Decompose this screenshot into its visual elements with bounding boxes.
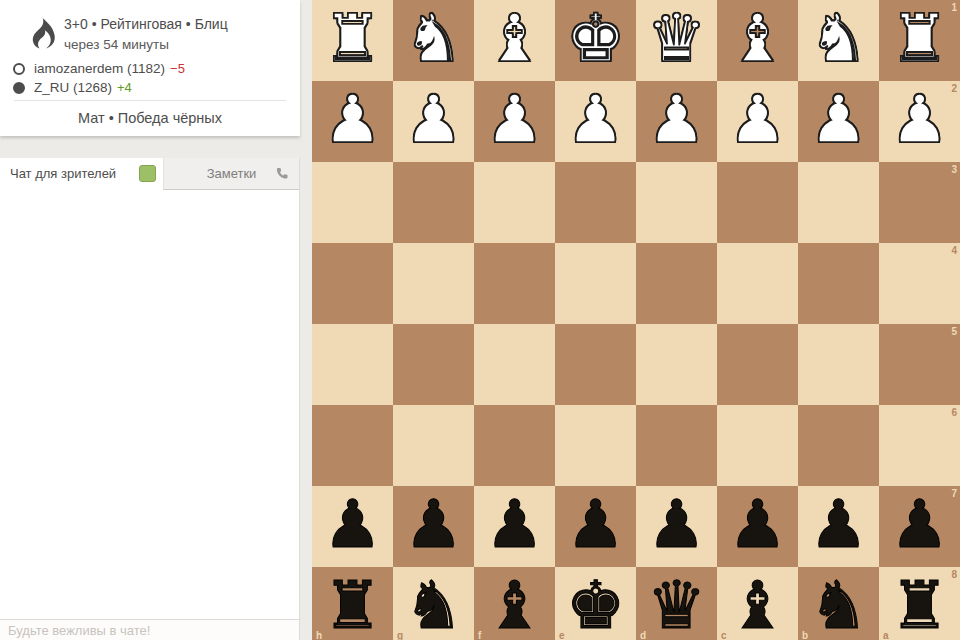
square-d2[interactable]: ♟ (636, 81, 717, 162)
white-rating-change: −5 (170, 61, 185, 76)
square-b2[interactable]: ♟ (798, 81, 879, 162)
square-d3[interactable] (636, 162, 717, 243)
square-f8[interactable]: ♝f (474, 567, 555, 640)
piece-white-knight[interactable]: ♞ (809, 6, 868, 72)
square-a1[interactable]: ♜1 (879, 0, 960, 81)
game-result-text: Мат • Победа чёрных (0, 110, 300, 126)
square-f6[interactable] (474, 405, 555, 486)
piece-white-pawn[interactable]: ♟ (323, 87, 382, 153)
piece-white-queen[interactable]: ♛ (647, 6, 706, 72)
piece-white-king[interactable]: ♚ (566, 6, 625, 72)
square-h7[interactable]: ♟ (312, 486, 393, 567)
square-a6[interactable]: 6 (879, 405, 960, 486)
piece-black-knight[interactable]: ♞ (404, 573, 463, 639)
square-a8[interactable]: ♜8a (879, 567, 960, 640)
rank-label: 7 (951, 488, 957, 499)
square-e6[interactable] (555, 405, 636, 486)
square-b3[interactable] (798, 162, 879, 243)
piece-white-knight[interactable]: ♞ (404, 6, 463, 72)
piece-white-pawn[interactable]: ♟ (566, 87, 625, 153)
square-h3[interactable] (312, 162, 393, 243)
square-c2[interactable]: ♟ (717, 81, 798, 162)
square-b1[interactable]: ♞ (798, 0, 879, 81)
square-c8[interactable]: ♝c (717, 567, 798, 640)
rank-label: 8 (951, 569, 957, 580)
piece-black-pawn[interactable]: ♟ (566, 492, 625, 558)
chat-enabled-toggle[interactable] (139, 165, 156, 182)
player-list: iamozanerdem (1182) −5 Z_RU (1268) +4 (13, 59, 290, 97)
piece-white-pawn[interactable]: ♟ (890, 87, 949, 153)
square-b4[interactable] (798, 243, 879, 324)
file-label: f (478, 630, 481, 640)
piece-black-pawn[interactable]: ♟ (647, 492, 706, 558)
square-g1[interactable]: ♞ (393, 0, 474, 81)
rank-label: 2 (951, 83, 957, 94)
piece-white-pawn[interactable]: ♟ (809, 87, 868, 153)
square-e1[interactable]: ♚ (555, 0, 636, 81)
square-g4[interactable] (393, 243, 474, 324)
square-a5[interactable]: 5 (879, 324, 960, 405)
piece-black-pawn[interactable]: ♟ (728, 492, 787, 558)
square-d8[interactable]: ♛d (636, 567, 717, 640)
piece-black-king[interactable]: ♚ (566, 573, 625, 639)
rank-label: 5 (951, 326, 957, 337)
piece-black-queen[interactable]: ♛ (647, 573, 706, 639)
file-label: d (640, 630, 646, 640)
square-g8[interactable]: ♞g (393, 567, 474, 640)
file-label: e (559, 630, 565, 640)
chat-panel: Чат для зрителей Заметки (0, 158, 300, 640)
piece-white-bishop[interactable]: ♝ (485, 6, 544, 72)
square-e2[interactable]: ♟ (555, 81, 636, 162)
piece-black-pawn[interactable]: ♟ (890, 492, 949, 558)
file-label: g (397, 630, 403, 640)
meta-divider (14, 100, 286, 101)
black-player-icon (13, 82, 25, 94)
chat-tabs: Чат для зрителей Заметки (0, 158, 299, 190)
piece-black-bishop[interactable]: ♝ (728, 573, 787, 639)
square-b7[interactable]: ♟ (798, 486, 879, 567)
square-c1[interactable]: ♝ (717, 0, 798, 81)
piece-black-pawn[interactable]: ♟ (323, 492, 382, 558)
square-h6[interactable] (312, 405, 393, 486)
rank-label: 1 (951, 2, 957, 13)
black-rating-change: +4 (117, 80, 132, 95)
square-f5[interactable] (474, 324, 555, 405)
square-e8[interactable]: ♚e (555, 567, 636, 640)
square-h1[interactable]: ♜ (312, 0, 393, 81)
square-d4[interactable] (636, 243, 717, 324)
file-label: b (802, 630, 808, 640)
square-c3[interactable] (717, 162, 798, 243)
phone-icon[interactable] (275, 166, 290, 181)
square-h2[interactable]: ♟ (312, 81, 393, 162)
rank-label: 4 (951, 245, 957, 256)
square-g2[interactable]: ♟ (393, 81, 474, 162)
player-white-row[interactable]: iamozanerdem (1182) −5 (13, 59, 290, 78)
square-f1[interactable]: ♝ (474, 0, 555, 81)
file-label: c (721, 630, 727, 640)
blitz-flame-icon (24, 12, 58, 56)
rank-label: 3 (951, 164, 957, 175)
piece-white-rook[interactable]: ♜ (323, 6, 382, 72)
square-c6[interactable] (717, 405, 798, 486)
piece-white-pawn[interactable]: ♟ (728, 87, 787, 153)
square-c4[interactable] (717, 243, 798, 324)
square-c5[interactable] (717, 324, 798, 405)
square-e5[interactable] (555, 324, 636, 405)
tab-spectator-chat[interactable]: Чат для зрителей (0, 158, 163, 190)
chat-input-row (0, 619, 299, 640)
piece-black-knight[interactable]: ♞ (809, 573, 868, 639)
chess-board[interactable]: ♜♞♝♚♛♝♞♜1♟♟♟♟♟♟♟♟23456♟♟♟♟♟♟♟♟7♜h♞g♝f♚e♛… (312, 0, 960, 640)
piece-white-rook[interactable]: ♜ (890, 6, 949, 72)
square-c7[interactable]: ♟ (717, 486, 798, 567)
piece-black-rook[interactable]: ♜ (890, 573, 949, 639)
square-g3[interactable] (393, 162, 474, 243)
player-black-row[interactable]: Z_RU (1268) +4 (13, 78, 290, 97)
square-b5[interactable] (798, 324, 879, 405)
square-g5[interactable] (393, 324, 474, 405)
piece-black-pawn[interactable]: ♟ (809, 492, 868, 558)
file-label: h (316, 630, 322, 640)
square-d1[interactable]: ♛ (636, 0, 717, 81)
tab-spectator-chat-label: Чат для зрителей (10, 166, 116, 181)
square-f2[interactable]: ♟ (474, 81, 555, 162)
square-e7[interactable]: ♟ (555, 486, 636, 567)
square-f7[interactable]: ♟ (474, 486, 555, 567)
chat-messages-area (0, 190, 299, 619)
game-meta-card: 3+0 • Рейтинговая • Блиц через 54 минуты… (0, 0, 300, 136)
square-f4[interactable] (474, 243, 555, 324)
piece-black-rook[interactable]: ♜ (323, 573, 382, 639)
square-a3[interactable]: 3 (879, 162, 960, 243)
square-b8[interactable]: ♞b (798, 567, 879, 640)
square-f3[interactable] (474, 162, 555, 243)
file-label: a (883, 630, 889, 640)
piece-black-pawn[interactable]: ♟ (485, 492, 544, 558)
square-e4[interactable] (555, 243, 636, 324)
piece-black-pawn[interactable]: ♟ (404, 492, 463, 558)
piece-white-pawn[interactable]: ♟ (485, 87, 544, 153)
game-type-title: 3+0 • Рейтинговая • Блиц (64, 16, 228, 32)
square-d5[interactable] (636, 324, 717, 405)
tab-notes-label: Заметки (207, 166, 257, 181)
black-player-name: Z_RU (1268) (34, 80, 112, 95)
square-a2[interactable]: ♟2 (879, 81, 960, 162)
tab-notes[interactable]: Заметки (163, 158, 299, 190)
chat-input[interactable] (0, 620, 299, 640)
square-h8[interactable]: ♜h (312, 567, 393, 640)
square-a4[interactable]: 4 (879, 243, 960, 324)
square-h4[interactable] (312, 243, 393, 324)
piece-white-pawn[interactable]: ♟ (647, 87, 706, 153)
square-g6[interactable] (393, 405, 474, 486)
rank-label: 6 (951, 407, 957, 418)
square-h5[interactable] (312, 324, 393, 405)
piece-white-pawn[interactable]: ♟ (404, 87, 463, 153)
square-b6[interactable] (798, 405, 879, 486)
piece-white-bishop[interactable]: ♝ (728, 6, 787, 72)
game-time-ago: через 54 минуты (64, 37, 169, 52)
white-player-icon (13, 63, 25, 75)
square-a7[interactable]: ♟7 (879, 486, 960, 567)
piece-black-bishop[interactable]: ♝ (485, 573, 544, 639)
square-e3[interactable] (555, 162, 636, 243)
square-d6[interactable] (636, 405, 717, 486)
white-player-name: iamozanerdem (1182) (34, 61, 165, 76)
square-d7[interactable]: ♟ (636, 486, 717, 567)
square-g7[interactable]: ♟ (393, 486, 474, 567)
